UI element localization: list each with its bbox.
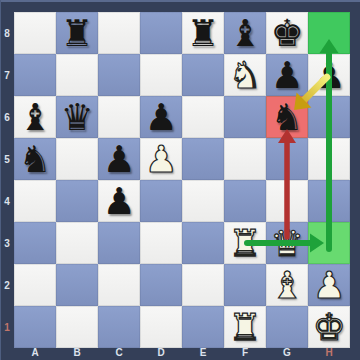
piece-black-pawn[interactable]: ♟ xyxy=(308,54,350,96)
piece-white-queen[interactable]: ♛ xyxy=(266,222,308,264)
square-g2[interactable]: ♝ xyxy=(266,264,308,306)
square-e8[interactable]: ♜ xyxy=(182,12,224,54)
rank-label-6: 6 xyxy=(0,96,14,138)
square-c3[interactable] xyxy=(98,222,140,264)
piece-black-king[interactable]: ♚ xyxy=(266,12,308,54)
square-d6[interactable]: ♟ xyxy=(140,96,182,138)
square-h2[interactable]: ♟ xyxy=(308,264,350,306)
chess-board-window: 87654321 ♜♜♝♚♞♟♟♝♛♟♞♞♟♟♟♜♛♝♟♜♚ ABCDEFGH xyxy=(0,0,360,360)
square-g4[interactable] xyxy=(266,180,308,222)
square-e2[interactable] xyxy=(182,264,224,306)
square-a5[interactable]: ♞ xyxy=(14,138,56,180)
square-f2[interactable] xyxy=(224,264,266,306)
square-h4[interactable] xyxy=(308,180,350,222)
rank-label-8: 8 xyxy=(0,12,14,54)
square-h1[interactable]: ♚ xyxy=(308,306,350,348)
square-c1[interactable] xyxy=(98,306,140,348)
piece-black-queen[interactable]: ♛ xyxy=(56,96,98,138)
square-g1[interactable] xyxy=(266,306,308,348)
square-g3[interactable]: ♛ xyxy=(266,222,308,264)
rank-labels: 87654321 xyxy=(0,12,14,348)
piece-black-pawn[interactable]: ♟ xyxy=(266,54,308,96)
square-e3[interactable] xyxy=(182,222,224,264)
file-label-h: H xyxy=(308,347,350,360)
square-c2[interactable] xyxy=(98,264,140,306)
square-e5[interactable] xyxy=(182,138,224,180)
piece-black-knight[interactable]: ♞ xyxy=(14,138,56,180)
square-d3[interactable] xyxy=(140,222,182,264)
square-e4[interactable] xyxy=(182,180,224,222)
square-d4[interactable] xyxy=(140,180,182,222)
square-g6-highlighted[interactable]: ♞ xyxy=(266,96,308,138)
square-d8[interactable] xyxy=(140,12,182,54)
piece-white-bishop[interactable]: ♝ xyxy=(266,264,308,306)
rank-label-2: 2 xyxy=(0,264,14,306)
rank-label-1: 1 xyxy=(0,306,14,348)
square-f5[interactable] xyxy=(224,138,266,180)
square-c5[interactable]: ♟ xyxy=(98,138,140,180)
file-label-d: D xyxy=(140,347,182,360)
piece-black-knight[interactable]: ♞ xyxy=(266,96,308,138)
square-c7[interactable] xyxy=(98,54,140,96)
square-a6[interactable]: ♝ xyxy=(14,96,56,138)
piece-black-pawn[interactable]: ♟ xyxy=(98,138,140,180)
piece-white-pawn[interactable]: ♟ xyxy=(308,264,350,306)
piece-black-bishop[interactable]: ♝ xyxy=(224,12,266,54)
square-d1[interactable] xyxy=(140,306,182,348)
square-e1[interactable] xyxy=(182,306,224,348)
square-h5[interactable] xyxy=(308,138,350,180)
square-b3[interactable] xyxy=(56,222,98,264)
square-a3[interactable] xyxy=(14,222,56,264)
square-f4[interactable] xyxy=(224,180,266,222)
file-label-a: A xyxy=(14,347,56,360)
square-g5[interactable] xyxy=(266,138,308,180)
square-e6[interactable] xyxy=(182,96,224,138)
square-a8[interactable] xyxy=(14,12,56,54)
square-b6[interactable]: ♛ xyxy=(56,96,98,138)
file-label-f: F xyxy=(224,347,266,360)
rank-label-3: 3 xyxy=(0,222,14,264)
file-labels: ABCDEFGH xyxy=(14,347,350,360)
square-a7[interactable] xyxy=(14,54,56,96)
rank-label-5: 5 xyxy=(0,138,14,180)
file-label-g: G xyxy=(266,347,308,360)
square-h6[interactable] xyxy=(308,96,350,138)
piece-black-rook[interactable]: ♜ xyxy=(56,12,98,54)
square-f8[interactable]: ♝ xyxy=(224,12,266,54)
square-b4[interactable] xyxy=(56,180,98,222)
piece-white-pawn[interactable]: ♟ xyxy=(140,138,182,180)
file-label-e: E xyxy=(182,347,224,360)
square-b1[interactable] xyxy=(56,306,98,348)
chess-board: ♜♜♝♚♞♟♟♝♛♟♞♞♟♟♟♜♛♝♟♜♚ xyxy=(14,12,350,348)
piece-white-king[interactable]: ♚ xyxy=(308,306,350,348)
piece-black-rook[interactable]: ♜ xyxy=(182,12,224,54)
square-d7[interactable] xyxy=(140,54,182,96)
square-g8[interactable]: ♚ xyxy=(266,12,308,54)
square-h3-highlighted[interactable] xyxy=(308,222,350,264)
square-a4[interactable] xyxy=(14,180,56,222)
rank-label-4: 4 xyxy=(0,180,14,222)
rank-label-7: 7 xyxy=(0,54,14,96)
square-d5[interactable]: ♟ xyxy=(140,138,182,180)
square-c4[interactable]: ♟ xyxy=(98,180,140,222)
square-a2[interactable] xyxy=(14,264,56,306)
piece-black-bishop[interactable]: ♝ xyxy=(14,96,56,138)
square-h7[interactable]: ♟ xyxy=(308,54,350,96)
square-c6[interactable] xyxy=(98,96,140,138)
square-f3[interactable]: ♜ xyxy=(224,222,266,264)
frame-top-highlight xyxy=(0,0,360,2)
file-label-c: C xyxy=(98,347,140,360)
piece-white-knight[interactable]: ♞ xyxy=(224,54,266,96)
piece-black-pawn[interactable]: ♟ xyxy=(98,180,140,222)
piece-white-rook[interactable]: ♜ xyxy=(224,222,266,264)
square-g7[interactable]: ♟ xyxy=(266,54,308,96)
square-f6[interactable] xyxy=(224,96,266,138)
square-h8-highlighted[interactable] xyxy=(308,12,350,54)
square-b5[interactable] xyxy=(56,138,98,180)
square-a1[interactable] xyxy=(14,306,56,348)
piece-white-rook[interactable]: ♜ xyxy=(224,306,266,348)
square-b7[interactable] xyxy=(56,54,98,96)
square-f7[interactable]: ♞ xyxy=(224,54,266,96)
file-label-b: B xyxy=(56,347,98,360)
square-c8[interactable] xyxy=(98,12,140,54)
square-b8[interactable]: ♜ xyxy=(56,12,98,54)
square-e7[interactable] xyxy=(182,54,224,96)
square-f1[interactable]: ♜ xyxy=(224,306,266,348)
piece-black-pawn[interactable]: ♟ xyxy=(140,96,182,138)
square-d2[interactable] xyxy=(140,264,182,306)
square-b2[interactable] xyxy=(56,264,98,306)
